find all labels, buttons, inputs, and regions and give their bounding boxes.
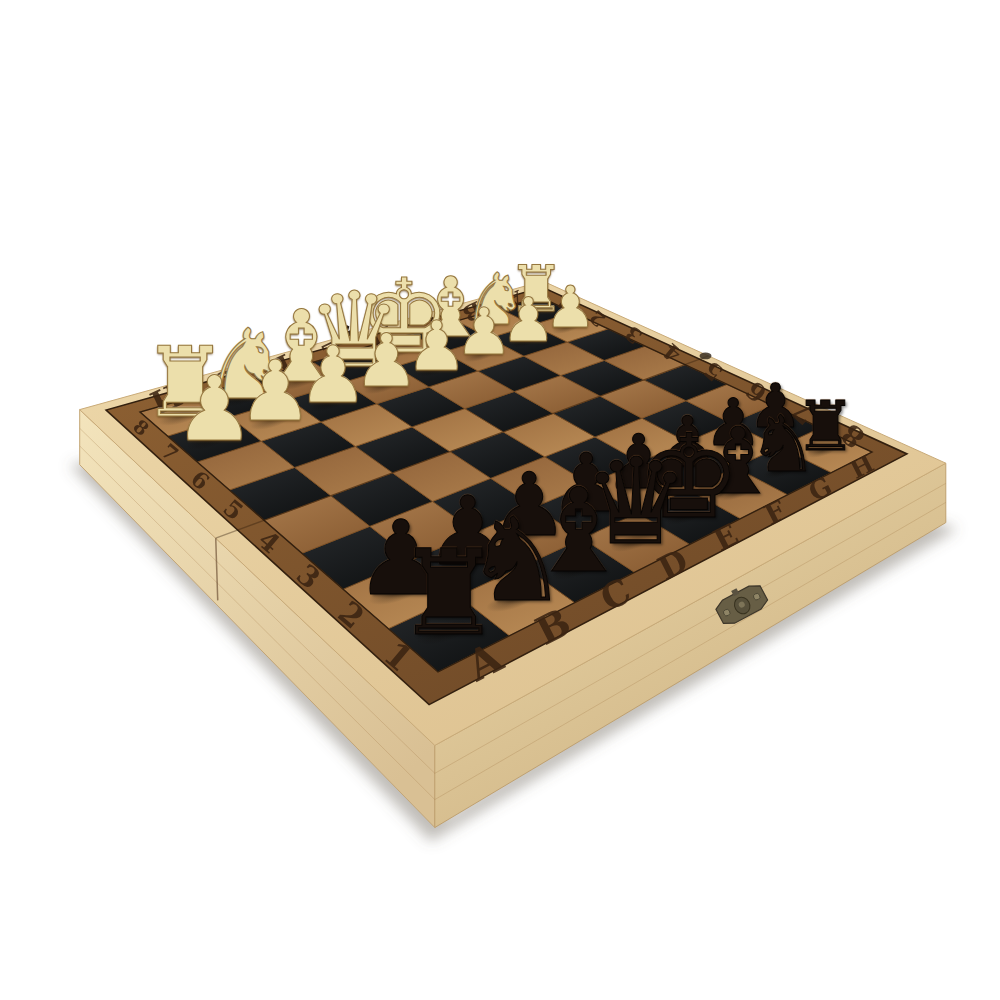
product-photo: AHBGCFDEEDFCGBHA1827364554637281 ♜♞♝♛♚♝♞… [0, 0, 1000, 1000]
hinge-nub [700, 353, 712, 360]
chess-board: AHBGCFDEEDFCGBHA1827364554637281 [0, 0, 1000, 1000]
